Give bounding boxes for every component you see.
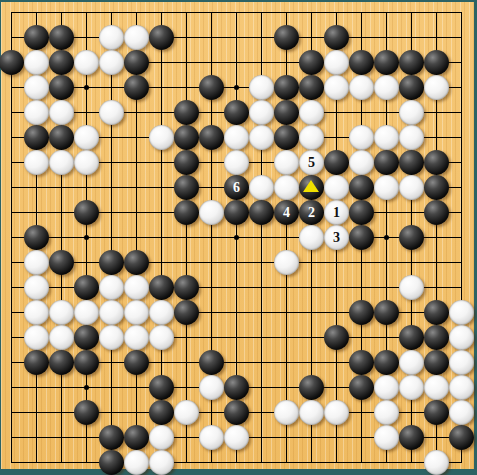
black-stone — [49, 25, 74, 50]
white-stone — [24, 150, 49, 175]
black-stone — [149, 25, 174, 50]
white-stone — [24, 250, 49, 275]
star-point — [384, 235, 389, 240]
white-stone — [149, 450, 174, 475]
white-stone — [424, 375, 449, 400]
black-stone — [324, 25, 349, 50]
black-stone — [174, 300, 199, 325]
white-stone — [99, 275, 124, 300]
white-stone — [124, 275, 149, 300]
black-stone — [274, 200, 299, 225]
black-stone — [174, 200, 199, 225]
white-stone — [74, 300, 99, 325]
white-stone — [299, 400, 324, 425]
white-stone — [424, 450, 449, 475]
black-stone — [49, 75, 74, 100]
white-stone — [99, 325, 124, 350]
white-stone — [374, 125, 399, 150]
black-stone — [449, 425, 474, 450]
white-stone — [374, 175, 399, 200]
black-stone — [74, 200, 99, 225]
white-stone — [449, 300, 474, 325]
black-stone — [349, 50, 374, 75]
white-stone — [449, 375, 474, 400]
white-stone — [49, 100, 74, 125]
grid-line-horizontal — [11, 262, 462, 263]
black-stone — [349, 300, 374, 325]
white-stone — [399, 175, 424, 200]
star-point — [84, 385, 89, 390]
black-stone — [149, 375, 174, 400]
white-stone — [274, 250, 299, 275]
white-stone — [299, 100, 324, 125]
black-stone — [224, 200, 249, 225]
black-stone — [249, 200, 274, 225]
black-stone — [349, 375, 374, 400]
white-stone — [199, 200, 224, 225]
white-stone — [324, 175, 349, 200]
white-stone — [149, 300, 174, 325]
black-stone — [399, 325, 424, 350]
black-stone — [174, 100, 199, 125]
white-stone — [99, 50, 124, 75]
black-stone — [399, 425, 424, 450]
star-point — [84, 85, 89, 90]
white-stone — [74, 125, 99, 150]
white-stone — [124, 325, 149, 350]
black-stone — [224, 175, 249, 200]
white-stone — [324, 75, 349, 100]
black-stone — [374, 300, 399, 325]
white-stone — [24, 75, 49, 100]
white-stone — [374, 375, 399, 400]
black-stone — [399, 225, 424, 250]
white-stone — [324, 200, 349, 225]
white-stone — [249, 75, 274, 100]
white-stone — [149, 425, 174, 450]
black-stone — [274, 25, 299, 50]
white-stone — [249, 125, 274, 150]
black-stone — [424, 50, 449, 75]
white-stone — [174, 400, 199, 425]
white-stone — [274, 150, 299, 175]
white-stone — [99, 100, 124, 125]
black-stone — [174, 125, 199, 150]
black-stone — [274, 75, 299, 100]
black-stone — [174, 275, 199, 300]
white-stone — [374, 400, 399, 425]
black-stone — [199, 125, 224, 150]
grid-line-horizontal — [11, 462, 462, 463]
white-stone — [74, 50, 99, 75]
white-stone — [49, 300, 74, 325]
black-stone — [374, 150, 399, 175]
white-stone — [449, 400, 474, 425]
white-stone — [274, 175, 299, 200]
white-stone — [399, 125, 424, 150]
white-stone — [224, 125, 249, 150]
black-stone — [0, 50, 24, 75]
white-stone — [199, 375, 224, 400]
white-stone — [324, 50, 349, 75]
white-stone — [399, 375, 424, 400]
black-stone — [49, 250, 74, 275]
white-stone — [374, 425, 399, 450]
white-stone — [24, 50, 49, 75]
black-stone — [349, 225, 374, 250]
white-stone — [224, 150, 249, 175]
black-stone — [274, 100, 299, 125]
black-stone — [149, 400, 174, 425]
black-stone — [374, 50, 399, 75]
white-stone — [249, 100, 274, 125]
white-stone — [149, 125, 174, 150]
black-stone — [224, 400, 249, 425]
black-stone — [299, 375, 324, 400]
black-stone — [224, 100, 249, 125]
black-stone — [124, 350, 149, 375]
white-stone — [349, 125, 374, 150]
star-point — [234, 85, 239, 90]
black-stone — [99, 450, 124, 475]
black-stone — [24, 125, 49, 150]
black-stone — [24, 225, 49, 250]
black-stone — [124, 250, 149, 275]
black-stone — [49, 125, 74, 150]
black-stone — [74, 325, 99, 350]
black-stone — [199, 75, 224, 100]
black-stone — [274, 125, 299, 150]
black-stone — [74, 400, 99, 425]
black-stone — [24, 350, 49, 375]
white-stone — [99, 300, 124, 325]
white-stone — [249, 175, 274, 200]
white-stone — [124, 300, 149, 325]
black-stone — [324, 150, 349, 175]
black-stone — [424, 325, 449, 350]
white-stone — [424, 75, 449, 100]
triangle-marker — [303, 180, 319, 192]
white-stone — [99, 25, 124, 50]
white-stone — [399, 350, 424, 375]
go-app-screen: 123456 — [0, 0, 477, 475]
white-stone — [399, 100, 424, 125]
white-stone — [449, 325, 474, 350]
black-stone — [149, 275, 174, 300]
white-stone — [324, 400, 349, 425]
white-stone — [299, 150, 324, 175]
white-stone — [324, 225, 349, 250]
white-stone — [49, 325, 74, 350]
black-stone — [24, 25, 49, 50]
white-stone — [24, 275, 49, 300]
black-stone — [299, 50, 324, 75]
white-stone — [224, 425, 249, 450]
black-stone — [349, 350, 374, 375]
white-stone — [199, 425, 224, 450]
black-stone — [424, 400, 449, 425]
black-stone — [74, 350, 99, 375]
black-stone — [349, 200, 374, 225]
black-stone — [124, 50, 149, 75]
white-stone — [299, 225, 324, 250]
black-stone — [374, 350, 399, 375]
white-stone — [24, 325, 49, 350]
black-stone — [349, 175, 374, 200]
black-stone — [49, 350, 74, 375]
black-stone — [424, 200, 449, 225]
white-stone — [299, 125, 324, 150]
black-stone — [124, 75, 149, 100]
white-stone — [349, 75, 374, 100]
white-stone — [49, 150, 74, 175]
black-stone — [399, 150, 424, 175]
white-stone — [449, 350, 474, 375]
black-stone — [299, 75, 324, 100]
black-stone — [174, 150, 199, 175]
black-stone — [224, 375, 249, 400]
white-stone — [399, 275, 424, 300]
black-stone — [124, 425, 149, 450]
black-stone — [199, 350, 224, 375]
black-stone — [324, 325, 349, 350]
black-stone — [424, 150, 449, 175]
white-stone — [349, 150, 374, 175]
black-stone — [424, 300, 449, 325]
white-stone — [24, 100, 49, 125]
white-stone — [124, 450, 149, 475]
black-stone — [399, 75, 424, 100]
black-stone — [299, 200, 324, 225]
black-stone — [74, 275, 99, 300]
white-stone — [374, 75, 399, 100]
white-stone — [149, 325, 174, 350]
white-stone — [24, 300, 49, 325]
white-stone — [124, 25, 149, 50]
black-stone — [49, 50, 74, 75]
black-stone — [99, 250, 124, 275]
white-stone — [74, 150, 99, 175]
black-stone — [424, 175, 449, 200]
star-point — [84, 235, 89, 240]
black-stone — [99, 425, 124, 450]
star-point — [234, 235, 239, 240]
black-stone — [424, 350, 449, 375]
white-stone — [274, 400, 299, 425]
black-stone — [399, 50, 424, 75]
black-stone — [174, 175, 199, 200]
